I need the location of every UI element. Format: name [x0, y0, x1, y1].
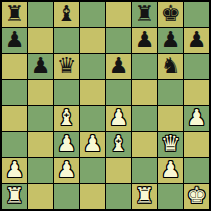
square-e3[interactable]: ♝ [106, 132, 131, 157]
square-g1[interactable] [158, 184, 183, 209]
square-d4[interactable] [80, 106, 105, 131]
piece-white-pawn-a2[interactable]: ♟ [5, 159, 25, 181]
square-d1[interactable] [80, 184, 105, 209]
square-e2[interactable] [106, 158, 131, 183]
piece-black-pawn-f7[interactable]: ♟ [135, 29, 155, 51]
square-e1[interactable] [106, 184, 131, 209]
square-e4[interactable]: ♟ [106, 106, 131, 131]
piece-black-rook-f8[interactable]: ♜ [135, 3, 155, 25]
square-c2[interactable]: ♟ [54, 158, 79, 183]
square-a1[interactable]: ♜ [2, 184, 27, 209]
square-e7[interactable] [106, 28, 131, 53]
square-f3[interactable] [132, 132, 157, 157]
square-e6[interactable]: ♟ [106, 54, 131, 79]
square-b8[interactable] [28, 2, 53, 27]
square-h3[interactable] [184, 132, 209, 157]
piece-white-pawn-e4[interactable]: ♟ [109, 107, 129, 129]
square-b5[interactable] [28, 80, 53, 105]
piece-white-pawn-g2[interactable]: ♟ [161, 159, 181, 181]
piece-white-rook-f1[interactable]: ♜ [135, 185, 155, 207]
piece-black-pawn-b6[interactable]: ♟ [31, 55, 51, 77]
square-h7[interactable]: ♟ [184, 28, 209, 53]
square-h4[interactable]: ♟ [184, 106, 209, 131]
square-a2[interactable]: ♟ [2, 158, 27, 183]
square-a5[interactable] [2, 80, 27, 105]
square-h5[interactable] [184, 80, 209, 105]
piece-white-pawn-h4[interactable]: ♟ [187, 107, 207, 129]
square-b4[interactable] [28, 106, 53, 131]
piece-black-knight-g6[interactable]: ♞ [161, 55, 181, 77]
square-d6[interactable] [80, 54, 105, 79]
square-b1[interactable] [28, 184, 53, 209]
square-h2[interactable] [184, 158, 209, 183]
piece-black-pawn-h7[interactable]: ♟ [187, 29, 207, 51]
piece-white-bishop-e3[interactable]: ♝ [109, 133, 129, 155]
square-b7[interactable] [28, 28, 53, 53]
chess-board-container: ♜♝♜♚♟♟♟♟♟♛♟♞♝♟♟♟♟♝♛♟♟♟♜♜♚ [0, 0, 211, 211]
square-a6[interactable] [2, 54, 27, 79]
square-c3[interactable]: ♟ [54, 132, 79, 157]
piece-black-rook-a8[interactable]: ♜ [5, 3, 25, 25]
square-c6[interactable]: ♛ [54, 54, 79, 79]
piece-black-pawn-a7[interactable]: ♟ [5, 29, 25, 51]
square-f1[interactable]: ♜ [132, 184, 157, 209]
square-e5[interactable] [106, 80, 131, 105]
piece-white-bishop-c4[interactable]: ♝ [57, 107, 77, 129]
square-d7[interactable] [80, 28, 105, 53]
piece-white-pawn-c3[interactable]: ♟ [57, 133, 77, 155]
square-g3[interactable]: ♛ [158, 132, 183, 157]
piece-black-pawn-g7[interactable]: ♟ [161, 29, 181, 51]
square-d5[interactable] [80, 80, 105, 105]
square-c8[interactable]: ♝ [54, 2, 79, 27]
square-g4[interactable] [158, 106, 183, 131]
square-c7[interactable] [54, 28, 79, 53]
square-h1[interactable]: ♚ [184, 184, 209, 209]
square-f6[interactable] [132, 54, 157, 79]
square-g2[interactable]: ♟ [158, 158, 183, 183]
piece-white-pawn-c2[interactable]: ♟ [57, 159, 77, 181]
square-d8[interactable] [80, 2, 105, 27]
square-c4[interactable]: ♝ [54, 106, 79, 131]
square-a4[interactable] [2, 106, 27, 131]
square-a8[interactable]: ♜ [2, 2, 27, 27]
piece-white-king-h1[interactable]: ♚ [187, 185, 207, 207]
square-c5[interactable] [54, 80, 79, 105]
square-g7[interactable]: ♟ [158, 28, 183, 53]
piece-black-king-g8[interactable]: ♚ [161, 3, 181, 25]
square-c1[interactable] [54, 184, 79, 209]
square-f2[interactable] [132, 158, 157, 183]
piece-white-pawn-d3[interactable]: ♟ [83, 133, 103, 155]
square-f4[interactable] [132, 106, 157, 131]
square-a3[interactable] [2, 132, 27, 157]
square-h6[interactable] [184, 54, 209, 79]
square-b6[interactable]: ♟ [28, 54, 53, 79]
piece-black-bishop-c8[interactable]: ♝ [57, 3, 77, 25]
square-g8[interactable]: ♚ [158, 2, 183, 27]
square-a7[interactable]: ♟ [2, 28, 27, 53]
piece-white-queen-g3[interactable]: ♛ [161, 133, 181, 155]
square-g6[interactable]: ♞ [158, 54, 183, 79]
square-f7[interactable]: ♟ [132, 28, 157, 53]
square-d3[interactable]: ♟ [80, 132, 105, 157]
square-g5[interactable] [158, 80, 183, 105]
square-b2[interactable] [28, 158, 53, 183]
square-h8[interactable] [184, 2, 209, 27]
piece-white-rook-a1[interactable]: ♜ [5, 185, 25, 207]
square-d2[interactable] [80, 158, 105, 183]
square-b3[interactable] [28, 132, 53, 157]
chess-board: ♜♝♜♚♟♟♟♟♟♛♟♞♝♟♟♟♟♝♛♟♟♟♜♜♚ [0, 0, 211, 211]
piece-black-queen-c6[interactable]: ♛ [57, 55, 77, 77]
square-f5[interactable] [132, 80, 157, 105]
square-e8[interactable] [106, 2, 131, 27]
piece-black-pawn-e6[interactable]: ♟ [109, 55, 129, 77]
square-f8[interactable]: ♜ [132, 2, 157, 27]
